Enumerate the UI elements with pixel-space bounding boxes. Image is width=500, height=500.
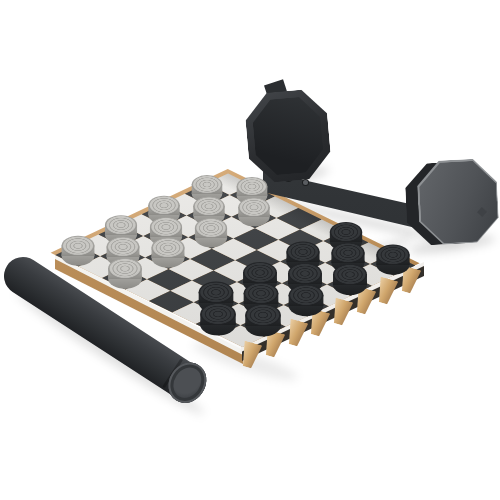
black-checker-5-7 [333,264,367,295]
gray-checker-4-2 [195,218,227,247]
octagonal-case-right [404,158,500,249]
bar-screw-icon [303,180,308,185]
black-checker-3-7 [289,284,324,316]
tube-end-cap [161,355,214,410]
gray-checker-2-2 [151,238,184,268]
gray-checker-0-2 [108,258,142,289]
gray-checker-0-0 [61,235,94,265]
black-checker-7-7 [376,244,409,274]
product-photo-scene [0,0,500,500]
gray-checker-6-2 [238,198,269,227]
black-checker-0-6 [200,303,235,335]
case-opening [251,95,325,177]
black-checker-1-7 [245,304,280,336]
